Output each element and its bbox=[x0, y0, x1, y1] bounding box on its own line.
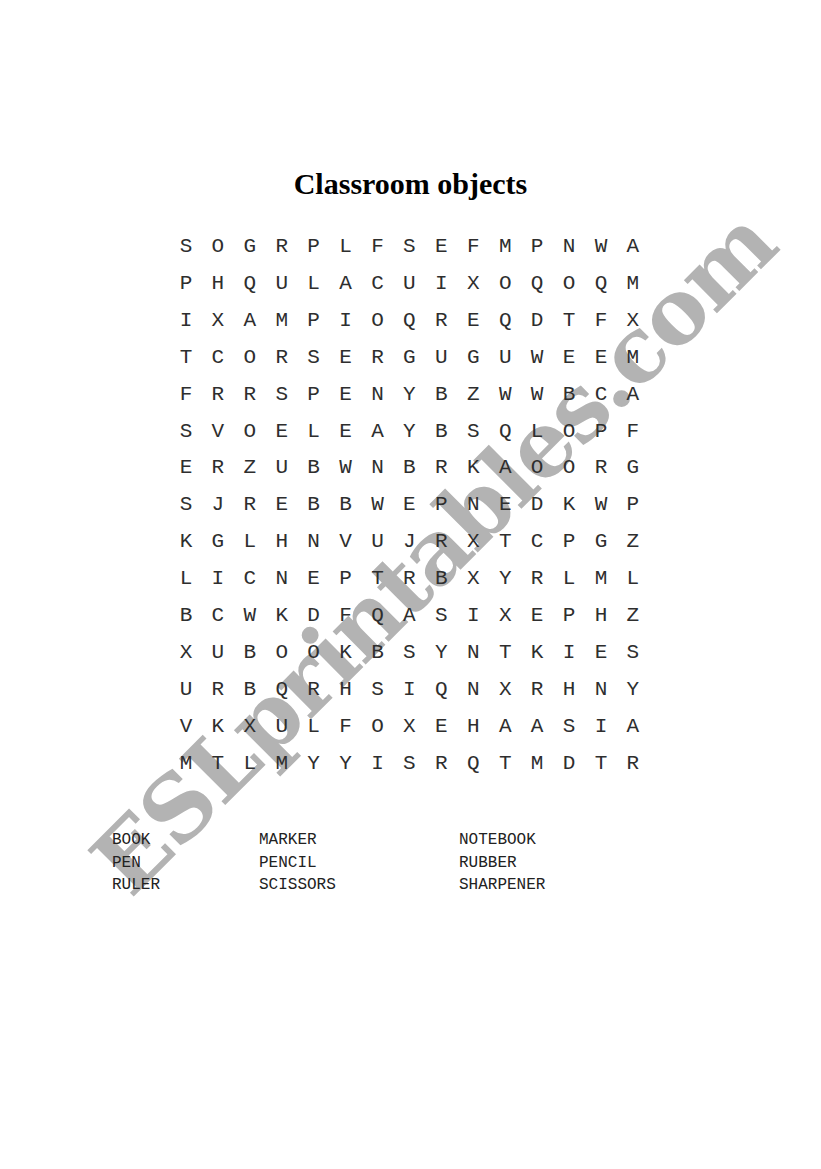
grid-cell-r11c14: H bbox=[585, 597, 617, 634]
grid-cell-r11c9: S bbox=[425, 597, 457, 634]
word-list-item: RULER bbox=[112, 876, 259, 899]
grid-cell-r3c9: R bbox=[425, 302, 457, 339]
grid-cell-r15c3: L bbox=[234, 745, 266, 782]
grid-cell-r12c15: S bbox=[617, 634, 649, 671]
grid-cell-r15c14: T bbox=[585, 745, 617, 782]
grid-cell-r8c6: B bbox=[330, 486, 362, 523]
grid-cell-r14c5: L bbox=[298, 708, 330, 745]
grid-cell-r9c11: T bbox=[489, 523, 521, 560]
grid-cell-r10c9: B bbox=[425, 560, 457, 597]
grid-cell-r9c9: R bbox=[425, 523, 457, 560]
grid-cell-r15c13: D bbox=[553, 745, 585, 782]
grid-cell-r15c4: M bbox=[266, 745, 298, 782]
word-list-item: RUBBER bbox=[459, 854, 545, 877]
grid-cell-r8c3: R bbox=[234, 486, 266, 523]
grid-cell-r3c8: Q bbox=[393, 302, 425, 339]
grid-cell-r3c12: D bbox=[521, 302, 553, 339]
grid-cell-r1c4: R bbox=[266, 228, 298, 265]
grid-cell-r13c11: X bbox=[489, 671, 521, 708]
grid-cell-r13c8: I bbox=[393, 671, 425, 708]
grid-cell-r9c4: H bbox=[266, 523, 298, 560]
grid-cell-r6c7: A bbox=[362, 413, 394, 450]
grid-cell-r15c2: T bbox=[202, 745, 234, 782]
grid-cell-r11c11: X bbox=[489, 597, 521, 634]
grid-cell-r4c12: W bbox=[521, 339, 553, 376]
grid-cell-r10c7: T bbox=[362, 560, 394, 597]
grid-cell-r9c8: J bbox=[393, 523, 425, 560]
grid-cell-r14c4: U bbox=[266, 708, 298, 745]
grid-cell-r12c1: X bbox=[170, 634, 202, 671]
grid-cell-r2c4: U bbox=[266, 265, 298, 302]
grid-cell-r15c12: M bbox=[521, 745, 553, 782]
grid-cell-r7c13: O bbox=[553, 450, 585, 487]
grid-cell-r3c10: E bbox=[457, 302, 489, 339]
grid-cell-r12c8: S bbox=[393, 634, 425, 671]
grid-cell-r5c13: B bbox=[553, 376, 585, 413]
grid-cell-r15c6: Y bbox=[330, 745, 362, 782]
word-list-item: BOOK bbox=[112, 831, 259, 854]
grid-cell-r5c11: W bbox=[489, 376, 521, 413]
grid-cell-r10c13: L bbox=[553, 560, 585, 597]
grid-cell-r12c12: K bbox=[521, 634, 553, 671]
grid-cell-r5c5: P bbox=[298, 376, 330, 413]
grid-cell-r7c1: E bbox=[170, 450, 202, 487]
word-search-grid: SOGRPLFSEFMPNWAPHQULACUIXOQOQMIXAMPIOQRE… bbox=[170, 228, 649, 782]
grid-cell-r2c5: L bbox=[298, 265, 330, 302]
grid-cell-r8c5: B bbox=[298, 486, 330, 523]
grid-cell-r7c11: A bbox=[489, 450, 521, 487]
grid-cell-r9c15: Z bbox=[617, 523, 649, 560]
page-title: Classroom objects bbox=[0, 167, 821, 201]
grid-cell-r7c7: N bbox=[362, 450, 394, 487]
grid-cell-r9c7: U bbox=[362, 523, 394, 560]
grid-cell-r3c15: X bbox=[617, 302, 649, 339]
grid-cell-r10c3: C bbox=[234, 560, 266, 597]
grid-cell-r8c2: J bbox=[202, 486, 234, 523]
grid-cell-r3c3: A bbox=[234, 302, 266, 339]
grid-cell-r7c3: Z bbox=[234, 450, 266, 487]
grid-cell-r12c13: I bbox=[553, 634, 585, 671]
grid-cell-r9c5: N bbox=[298, 523, 330, 560]
grid-cell-r15c15: R bbox=[617, 745, 649, 782]
grid-cell-r8c8: E bbox=[393, 486, 425, 523]
grid-cell-r8c13: K bbox=[553, 486, 585, 523]
grid-cell-r10c8: R bbox=[393, 560, 425, 597]
grid-cell-r4c14: E bbox=[585, 339, 617, 376]
grid-cell-r12c4: O bbox=[266, 634, 298, 671]
grid-cell-r12c10: N bbox=[457, 634, 489, 671]
grid-cell-r6c3: O bbox=[234, 413, 266, 450]
grid-cell-r1c6: L bbox=[330, 228, 362, 265]
grid-cell-r14c13: S bbox=[553, 708, 585, 745]
grid-cell-r8c1: S bbox=[170, 486, 202, 523]
grid-cell-r14c3: X bbox=[234, 708, 266, 745]
grid-cell-r14c11: A bbox=[489, 708, 521, 745]
grid-cell-r4c9: U bbox=[425, 339, 457, 376]
grid-cell-r11c8: A bbox=[393, 597, 425, 634]
grid-cell-r2c3: Q bbox=[234, 265, 266, 302]
grid-cell-r5c2: R bbox=[202, 376, 234, 413]
grid-cell-r4c4: R bbox=[266, 339, 298, 376]
word-list-item: MARKER bbox=[259, 831, 459, 854]
grid-cell-r8c9: P bbox=[425, 486, 457, 523]
grid-cell-r9c6: V bbox=[330, 523, 362, 560]
grid-cell-r13c9: Q bbox=[425, 671, 457, 708]
grid-cell-r13c10: N bbox=[457, 671, 489, 708]
grid-cell-r7c6: W bbox=[330, 450, 362, 487]
grid-cell-r4c10: G bbox=[457, 339, 489, 376]
grid-cell-r15c8: S bbox=[393, 745, 425, 782]
grid-cell-r8c7: W bbox=[362, 486, 394, 523]
grid-cell-r2c9: I bbox=[425, 265, 457, 302]
word-list-item: PENCIL bbox=[259, 854, 459, 877]
grid-cell-r7c8: B bbox=[393, 450, 425, 487]
grid-cell-r13c14: N bbox=[585, 671, 617, 708]
grid-cell-r11c6: F bbox=[330, 597, 362, 634]
grid-cell-r3c5: P bbox=[298, 302, 330, 339]
word-list-item: SHARPENER bbox=[459, 876, 545, 899]
grid-cell-r1c15: A bbox=[617, 228, 649, 265]
grid-cell-r10c5: E bbox=[298, 560, 330, 597]
grid-cell-r2c14: Q bbox=[585, 265, 617, 302]
grid-cell-r5c15: A bbox=[617, 376, 649, 413]
grid-cell-r4c11: U bbox=[489, 339, 521, 376]
grid-cell-r1c5: P bbox=[298, 228, 330, 265]
grid-cell-r2c13: O bbox=[553, 265, 585, 302]
grid-cell-r14c1: V bbox=[170, 708, 202, 745]
grid-cell-r8c11: E bbox=[489, 486, 521, 523]
grid-cell-r14c8: X bbox=[393, 708, 425, 745]
grid-cell-r6c9: B bbox=[425, 413, 457, 450]
grid-cell-r10c1: L bbox=[170, 560, 202, 597]
grid-cell-r9c13: P bbox=[553, 523, 585, 560]
grid-cell-r6c12: L bbox=[521, 413, 553, 450]
grid-cell-r6c1: S bbox=[170, 413, 202, 450]
grid-cell-r15c1: M bbox=[170, 745, 202, 782]
grid-cell-r11c4: K bbox=[266, 597, 298, 634]
grid-cell-r7c10: K bbox=[457, 450, 489, 487]
grid-cell-r4c3: O bbox=[234, 339, 266, 376]
grid-cell-r4c6: E bbox=[330, 339, 362, 376]
grid-cell-r11c2: C bbox=[202, 597, 234, 634]
grid-cell-r9c14: G bbox=[585, 523, 617, 560]
grid-cell-r6c6: E bbox=[330, 413, 362, 450]
grid-cell-r1c7: F bbox=[362, 228, 394, 265]
grid-cell-r2c15: M bbox=[617, 265, 649, 302]
grid-cell-r15c10: Q bbox=[457, 745, 489, 782]
grid-cell-r1c14: W bbox=[585, 228, 617, 265]
grid-cell-r5c12: W bbox=[521, 376, 553, 413]
grid-cell-r11c5: D bbox=[298, 597, 330, 634]
grid-cell-r7c2: R bbox=[202, 450, 234, 487]
grid-cell-r8c12: D bbox=[521, 486, 553, 523]
word-list-item: SCISSORS bbox=[259, 876, 459, 899]
grid-cell-r14c6: F bbox=[330, 708, 362, 745]
grid-cell-r7c4: U bbox=[266, 450, 298, 487]
grid-cell-r14c7: O bbox=[362, 708, 394, 745]
grid-cell-r2c1: P bbox=[170, 265, 202, 302]
grid-cell-r13c3: B bbox=[234, 671, 266, 708]
grid-cell-r9c3: L bbox=[234, 523, 266, 560]
grid-cell-r11c10: I bbox=[457, 597, 489, 634]
grid-cell-r5c9: B bbox=[425, 376, 457, 413]
grid-cell-r12c9: Y bbox=[425, 634, 457, 671]
grid-cell-r13c7: S bbox=[362, 671, 394, 708]
grid-cell-r11c13: P bbox=[553, 597, 585, 634]
word-list: BOOK MARKER NOTEBOOK PEN PENCIL RUBBER R… bbox=[112, 831, 545, 899]
grid-cell-r13c12: R bbox=[521, 671, 553, 708]
grid-cell-r7c14: R bbox=[585, 450, 617, 487]
grid-cell-r12c2: U bbox=[202, 634, 234, 671]
grid-cell-r1c10: F bbox=[457, 228, 489, 265]
grid-cell-r6c13: O bbox=[553, 413, 585, 450]
grid-cell-r1c3: G bbox=[234, 228, 266, 265]
grid-cell-r12c14: E bbox=[585, 634, 617, 671]
grid-cell-r13c15: Y bbox=[617, 671, 649, 708]
grid-cell-r15c5: Y bbox=[298, 745, 330, 782]
grid-cell-r1c8: S bbox=[393, 228, 425, 265]
grid-cell-r3c1: I bbox=[170, 302, 202, 339]
grid-cell-r10c4: N bbox=[266, 560, 298, 597]
grid-cell-r7c12: O bbox=[521, 450, 553, 487]
grid-cell-r15c11: T bbox=[489, 745, 521, 782]
grid-cell-r7c15: G bbox=[617, 450, 649, 487]
grid-cell-r10c15: L bbox=[617, 560, 649, 597]
grid-cell-r10c12: R bbox=[521, 560, 553, 597]
grid-cell-r4c7: R bbox=[362, 339, 394, 376]
grid-cell-r14c9: E bbox=[425, 708, 457, 745]
grid-cell-r2c10: X bbox=[457, 265, 489, 302]
grid-cell-r8c4: E bbox=[266, 486, 298, 523]
grid-cell-r12c3: B bbox=[234, 634, 266, 671]
grid-cell-r5c10: Z bbox=[457, 376, 489, 413]
grid-cell-r7c5: B bbox=[298, 450, 330, 487]
grid-cell-r2c7: C bbox=[362, 265, 394, 302]
grid-cell-r6c10: S bbox=[457, 413, 489, 450]
grid-cell-r4c1: T bbox=[170, 339, 202, 376]
grid-cell-r8c14: W bbox=[585, 486, 617, 523]
grid-cell-r3c4: M bbox=[266, 302, 298, 339]
grid-cell-r4c8: G bbox=[393, 339, 425, 376]
grid-cell-r11c1: B bbox=[170, 597, 202, 634]
grid-cell-r4c15: M bbox=[617, 339, 649, 376]
grid-cell-r10c2: I bbox=[202, 560, 234, 597]
grid-cell-r9c12: C bbox=[521, 523, 553, 560]
grid-cell-r6c2: V bbox=[202, 413, 234, 450]
grid-cell-r1c9: E bbox=[425, 228, 457, 265]
grid-cell-r14c12: A bbox=[521, 708, 553, 745]
grid-cell-r14c10: H bbox=[457, 708, 489, 745]
grid-cell-r11c7: Q bbox=[362, 597, 394, 634]
grid-cell-r6c15: F bbox=[617, 413, 649, 450]
grid-cell-r3c7: O bbox=[362, 302, 394, 339]
grid-cell-r15c9: R bbox=[425, 745, 457, 782]
grid-cell-r6c5: L bbox=[298, 413, 330, 450]
grid-cell-r6c4: E bbox=[266, 413, 298, 450]
grid-cell-r10c14: M bbox=[585, 560, 617, 597]
grid-cell-r12c5: O bbox=[298, 634, 330, 671]
grid-cell-r4c2: C bbox=[202, 339, 234, 376]
grid-cell-r8c10: N bbox=[457, 486, 489, 523]
grid-cell-r11c15: Z bbox=[617, 597, 649, 634]
grid-cell-r11c12: E bbox=[521, 597, 553, 634]
grid-cell-r14c14: I bbox=[585, 708, 617, 745]
grid-cell-r9c10: X bbox=[457, 523, 489, 560]
grid-cell-r5c3: R bbox=[234, 376, 266, 413]
grid-cell-r10c6: P bbox=[330, 560, 362, 597]
grid-cell-r12c11: T bbox=[489, 634, 521, 671]
grid-cell-r6c11: Q bbox=[489, 413, 521, 450]
grid-cell-r15c7: I bbox=[362, 745, 394, 782]
grid-cell-r1c2: O bbox=[202, 228, 234, 265]
grid-cell-r1c13: N bbox=[553, 228, 585, 265]
grid-cell-r13c6: H bbox=[330, 671, 362, 708]
grid-cell-r5c1: F bbox=[170, 376, 202, 413]
grid-cell-r3c13: T bbox=[553, 302, 585, 339]
grid-cell-r5c14: C bbox=[585, 376, 617, 413]
grid-cell-r6c14: P bbox=[585, 413, 617, 450]
grid-cell-r10c11: Y bbox=[489, 560, 521, 597]
grid-cell-r3c14: F bbox=[585, 302, 617, 339]
grid-cell-r5c8: Y bbox=[393, 376, 425, 413]
grid-cell-r13c5: R bbox=[298, 671, 330, 708]
grid-cell-r4c5: S bbox=[298, 339, 330, 376]
grid-cell-r5c4: S bbox=[266, 376, 298, 413]
word-list-item: NOTEBOOK bbox=[459, 831, 545, 854]
grid-cell-r10c10: X bbox=[457, 560, 489, 597]
grid-cell-r1c1: S bbox=[170, 228, 202, 265]
grid-cell-r14c15: A bbox=[617, 708, 649, 745]
grid-cell-r6c8: Y bbox=[393, 413, 425, 450]
grid-cell-r13c1: U bbox=[170, 671, 202, 708]
grid-cell-r13c13: H bbox=[553, 671, 585, 708]
grid-cell-r9c2: G bbox=[202, 523, 234, 560]
grid-cell-r1c11: M bbox=[489, 228, 521, 265]
grid-cell-r4c13: E bbox=[553, 339, 585, 376]
grid-cell-r2c2: H bbox=[202, 265, 234, 302]
grid-cell-r5c6: E bbox=[330, 376, 362, 413]
grid-cell-r8c15: P bbox=[617, 486, 649, 523]
grid-cell-r12c7: B bbox=[362, 634, 394, 671]
grid-cell-r3c11: Q bbox=[489, 302, 521, 339]
grid-cell-r13c4: Q bbox=[266, 671, 298, 708]
grid-cell-r12c6: K bbox=[330, 634, 362, 671]
grid-cell-r2c8: U bbox=[393, 265, 425, 302]
worksheet-page: { "game": "word-search", "title": "Class… bbox=[0, 0, 821, 1169]
grid-cell-r14c2: K bbox=[202, 708, 234, 745]
grid-cell-r3c6: I bbox=[330, 302, 362, 339]
grid-cell-r2c12: Q bbox=[521, 265, 553, 302]
grid-cell-r5c7: N bbox=[362, 376, 394, 413]
grid-cell-r11c3: W bbox=[234, 597, 266, 634]
grid-cell-r3c2: X bbox=[202, 302, 234, 339]
grid-cell-r9c1: K bbox=[170, 523, 202, 560]
grid-cell-r2c6: A bbox=[330, 265, 362, 302]
grid-cell-r2c11: O bbox=[489, 265, 521, 302]
grid-cell-r13c2: R bbox=[202, 671, 234, 708]
grid-cell-r7c9: R bbox=[425, 450, 457, 487]
word-list-item: PEN bbox=[112, 854, 259, 877]
grid-cell-r1c12: P bbox=[521, 228, 553, 265]
